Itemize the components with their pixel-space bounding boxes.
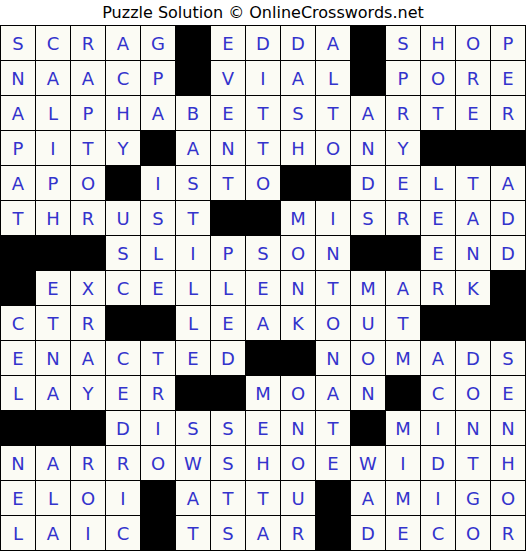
letter-cell: T [1,201,35,235]
letter-cell: O [281,376,315,410]
letter-cell: E [456,96,490,130]
letter-cell: O [281,446,315,480]
letter-cell: S [176,166,210,200]
letter-cell: T [246,96,280,130]
letter-cell: N [1,61,35,95]
black-cell [456,131,490,165]
letter-cell: D [491,201,525,235]
letter-cell: S [141,201,175,235]
black-cell [106,306,140,340]
letter-cell: S [211,411,245,445]
letter-cell: D [456,341,490,375]
black-cell [246,341,280,375]
black-cell [281,341,315,375]
letter-cell: I [176,236,210,270]
letter-cell: O [421,61,455,95]
letter-cell: K [281,306,315,340]
black-cell [1,411,35,445]
letter-cell: I [141,166,175,200]
letter-cell: N [316,341,350,375]
letter-cell: M [386,481,420,515]
letter-cell: O [456,516,490,550]
letter-cell: R [491,516,525,550]
letter-cell: E [386,516,420,550]
black-cell [246,201,280,235]
letter-cell: A [421,341,455,375]
letter-cell: M [386,341,420,375]
letter-cell: N [351,376,385,410]
letter-cell: R [386,201,420,235]
letter-cell: O [316,131,350,165]
letter-cell: T [246,131,280,165]
black-cell [211,376,245,410]
letter-cell: T [456,166,490,200]
letter-cell: P [71,96,105,130]
letter-cell: R [71,306,105,340]
letter-cell: N [211,131,245,165]
letter-cell: N [351,131,385,165]
letter-cell: O [71,481,105,515]
letter-cell: I [386,446,420,480]
letter-cell: E [491,61,525,95]
letter-cell: C [106,341,140,375]
black-cell [1,236,35,270]
letter-cell: I [36,131,70,165]
letter-cell: W [351,446,385,480]
letter-cell: E [421,236,455,270]
letter-cell: I [106,481,140,515]
letter-cell: Y [71,376,105,410]
letter-cell: T [386,306,420,340]
letter-cell: S [176,411,210,445]
black-cell [351,236,385,270]
letter-cell: N [491,411,525,445]
letter-cell: T [316,271,350,305]
letter-cell: A [491,166,525,200]
letter-cell: G [141,26,175,60]
letter-cell: N [456,411,490,445]
black-cell [386,236,420,270]
letter-cell: I [421,411,455,445]
black-cell [106,166,140,200]
letter-cell: R [281,516,315,550]
letter-cell: S [351,201,385,235]
letter-cell: R [456,61,490,95]
letter-cell: M [246,376,280,410]
letter-cell: R [386,96,420,130]
letter-cell: O [456,26,490,60]
black-cell [141,306,175,340]
black-cell [71,236,105,270]
letter-cell: A [281,61,315,95]
letter-cell: T [246,481,280,515]
letter-cell: C [106,271,140,305]
letter-cell: E [1,341,35,375]
letter-cell: P [141,61,175,95]
letter-cell: O [141,446,175,480]
letter-cell: N [36,341,70,375]
letter-cell: T [36,306,70,340]
letter-cell: L [141,236,175,270]
letter-cell: S [281,96,315,130]
black-cell [351,411,385,445]
letter-cell: A [1,96,35,130]
letter-cell: C [106,516,140,550]
letter-cell: H [36,201,70,235]
letter-cell: A [36,516,70,550]
letter-cell: T [211,166,245,200]
letter-cell: M [351,271,385,305]
letter-cell: A [246,516,280,550]
letter-cell: N [316,236,350,270]
letter-cell: A [106,26,140,60]
letter-cell: O [246,166,280,200]
letter-cell: P [211,236,245,270]
letter-cell: U [281,481,315,515]
letter-cell: T [316,96,350,130]
black-cell [316,481,350,515]
black-cell [316,516,350,550]
letter-cell: L [36,96,70,130]
black-cell [281,166,315,200]
letter-cell: R [71,446,105,480]
letter-cell: C [106,61,140,95]
letter-cell: U [106,201,140,235]
black-cell [351,61,385,95]
crossword-grid: SCRAGEDDASHOPNAACPVIALPOREALPHABETSTARTE… [0,25,526,551]
letter-cell: R [106,446,140,480]
black-cell [456,306,490,340]
letter-cell: A [176,481,210,515]
letter-cell: R [491,96,525,130]
letter-cell: A [36,61,70,95]
letter-cell: O [71,166,105,200]
letter-cell: C [36,26,70,60]
letter-cell: A [36,376,70,410]
letter-cell: T [141,341,175,375]
letter-cell: N [281,271,315,305]
letter-cell: Y [106,131,140,165]
letter-cell: D [351,516,385,550]
black-cell [176,376,210,410]
black-cell [36,411,70,445]
letter-cell: E [386,166,420,200]
letter-cell: A [386,271,420,305]
letter-cell: L [1,376,35,410]
letter-cell: T [71,131,105,165]
letter-cell: R [71,26,105,60]
letter-cell: E [491,376,525,410]
letter-cell: S [106,236,140,270]
letter-cell: A [316,376,350,410]
letter-cell: O [281,236,315,270]
letter-cell: D [351,166,385,200]
letter-cell: O [491,481,525,515]
black-cell [491,271,525,305]
letter-cell: L [421,166,455,200]
letter-cell: A [71,341,105,375]
letter-cell: E [1,481,35,515]
letter-cell: I [141,411,175,445]
black-cell [386,376,420,410]
letter-cell: A [351,96,385,130]
letter-cell: T [176,201,210,235]
letter-cell: K [456,271,490,305]
letter-cell: D [246,26,280,60]
letter-cell: H [281,131,315,165]
letter-cell: A [141,96,175,130]
black-cell [36,236,70,270]
letter-cell: U [351,306,385,340]
letter-cell: A [71,61,105,95]
black-cell [421,131,455,165]
letter-cell: E [246,411,280,445]
letter-cell: L [176,271,210,305]
letter-cell: E [36,271,70,305]
letter-cell: O [351,341,385,375]
letter-cell: H [491,446,525,480]
letter-cell: P [491,26,525,60]
letter-cell: P [36,166,70,200]
black-cell [491,306,525,340]
letter-cell: I [421,481,455,515]
letter-cell: D [491,236,525,270]
letter-cell: D [211,341,245,375]
letter-cell: S [386,26,420,60]
letter-cell: S [211,446,245,480]
letter-cell: C [1,306,35,340]
letter-cell: X [71,271,105,305]
letter-cell: A [456,201,490,235]
black-cell [421,306,455,340]
black-cell [71,411,105,445]
letter-cell: E [211,26,245,60]
letter-cell: S [491,341,525,375]
letter-cell: B [176,96,210,130]
letter-cell: T [176,516,210,550]
letter-cell: E [316,446,350,480]
black-cell [316,166,350,200]
letter-cell: H [106,96,140,130]
letter-cell: A [246,306,280,340]
letter-cell: D [106,411,140,445]
letter-cell: V [211,61,245,95]
letter-cell: R [421,271,455,305]
letter-cell: E [141,271,175,305]
letter-cell: R [141,376,175,410]
black-cell [176,61,210,95]
letter-cell: O [456,376,490,410]
letter-cell: H [421,26,455,60]
letter-cell: E [421,201,455,235]
letter-cell: T [316,411,350,445]
letter-cell: L [36,481,70,515]
letter-cell: C [421,516,455,550]
black-cell [141,131,175,165]
letter-cell: A [1,166,35,200]
black-cell [491,131,525,165]
letter-cell: I [246,61,280,95]
letter-cell: T [456,446,490,480]
letter-cell: S [246,236,280,270]
letter-cell: O [316,306,350,340]
letter-cell: Y [386,131,420,165]
letter-cell: E [211,306,245,340]
black-cell [211,201,245,235]
letter-cell: E [176,341,210,375]
letter-cell: A [176,131,210,165]
black-cell [141,481,175,515]
letter-cell: I [316,201,350,235]
letter-cell: P [1,131,35,165]
black-cell [141,516,175,550]
letter-cell: A [36,446,70,480]
page-title: Puzzle Solution © OnlineCrosswords.net [0,0,526,25]
puzzle-solution-page: Puzzle Solution © OnlineCrosswords.net S… [0,0,526,551]
letter-cell: N [456,236,490,270]
letter-cell: C [421,376,455,410]
letter-cell: N [281,411,315,445]
letter-cell: I [71,516,105,550]
letter-cell: P [386,61,420,95]
letter-cell: L [176,306,210,340]
letter-cell: S [1,26,35,60]
letter-cell: M [281,201,315,235]
letter-cell: E [106,376,140,410]
letter-cell: D [421,446,455,480]
black-cell [176,26,210,60]
letter-cell: R [71,201,105,235]
letter-cell: N [1,446,35,480]
letter-cell: M [386,411,420,445]
letter-cell: T [211,481,245,515]
letter-cell: A [316,26,350,60]
letter-cell: A [351,481,385,515]
letter-cell: L [211,271,245,305]
letter-cell: D [281,26,315,60]
letter-cell: W [176,446,210,480]
letter-cell: E [246,271,280,305]
letter-cell: E [211,96,245,130]
letter-cell: L [1,516,35,550]
letter-cell: S [211,516,245,550]
letter-cell: T [421,96,455,130]
letter-cell: L [316,61,350,95]
letter-cell: G [456,481,490,515]
black-cell [1,271,35,305]
black-cell [351,26,385,60]
letter-cell: H [246,446,280,480]
